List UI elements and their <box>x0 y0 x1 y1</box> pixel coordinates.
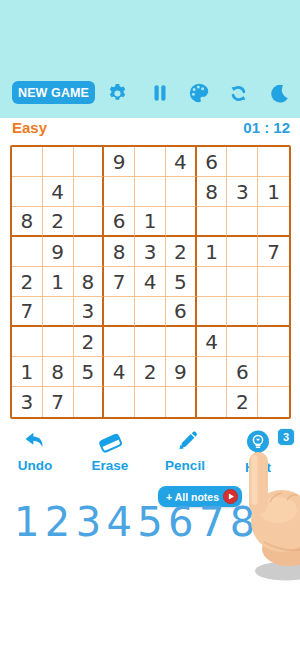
sudoku-grid: 94648318261983217218745736241854296372 <box>10 145 291 419</box>
sudoku-cell-r6c9[interactable] <box>258 297 289 327</box>
difficulty-label: Easy <box>12 119 47 136</box>
sudoku-cell-r7c2[interactable] <box>43 327 74 357</box>
numpad-4[interactable]: 4 <box>106 502 131 542</box>
sudoku-cell-r9c5[interactable] <box>135 387 166 417</box>
sudoku-cell-r2c8[interactable]: 3 <box>227 177 258 207</box>
sudoku-cell-r8c6[interactable]: 9 <box>166 357 197 387</box>
sudoku-cell-r1c5[interactable] <box>135 147 166 177</box>
theme-button[interactable] <box>186 80 212 106</box>
sudoku-cell-r6c2[interactable] <box>43 297 74 327</box>
sudoku-cell-r4c3[interactable] <box>74 237 105 267</box>
sudoku-cell-r6c3[interactable]: 3 <box>74 297 105 327</box>
sudoku-cell-r6c6[interactable]: 6 <box>166 297 197 327</box>
sudoku-cell-r2c9[interactable]: 1 <box>258 177 289 207</box>
sudoku-cell-r7c4[interactable] <box>104 327 135 357</box>
sudoku-cell-r1c9[interactable] <box>258 147 289 177</box>
sudoku-cell-r6c8[interactable] <box>227 297 258 327</box>
pause-icon <box>149 82 171 104</box>
sudoku-cell-r7c1[interactable] <box>12 327 43 357</box>
sudoku-cell-r4c1[interactable] <box>12 237 43 267</box>
sudoku-cell-r6c4[interactable] <box>104 297 135 327</box>
sudoku-cell-r4c2[interactable]: 9 <box>43 237 74 267</box>
restart-icon <box>227 82 250 105</box>
sudoku-cell-r3c7[interactable] <box>197 207 228 237</box>
numpad-6[interactable]: 6 <box>168 502 193 542</box>
sudoku-cell-r1c4[interactable]: 9 <box>104 147 135 177</box>
pencil-label: Pencil <box>165 458 205 473</box>
number-pad: 123456789 <box>0 502 300 542</box>
sudoku-cell-r1c6[interactable]: 4 <box>166 147 197 177</box>
sudoku-cell-r7c8[interactable] <box>227 327 258 357</box>
timer: 01 : 12 <box>243 119 290 136</box>
hint-label: Hint <box>245 460 271 475</box>
night-mode-button[interactable] <box>267 80 293 106</box>
sudoku-cell-r2c3[interactable] <box>74 177 105 207</box>
sudoku-cell-r5c7[interactable] <box>197 267 228 297</box>
pause-button[interactable] <box>147 80 173 106</box>
sudoku-cell-r3c8[interactable] <box>227 207 258 237</box>
sudoku-cell-r4c5[interactable]: 3 <box>135 237 166 267</box>
sudoku-cell-r1c8[interactable] <box>227 147 258 177</box>
sudoku-cell-r7c7[interactable]: 4 <box>197 327 228 357</box>
sudoku-cell-r2c4[interactable] <box>104 177 135 207</box>
sudoku-cell-r8c2[interactable]: 8 <box>43 357 74 387</box>
numpad-2[interactable]: 2 <box>45 502 70 542</box>
hint-count-badge: 3 <box>277 428 295 446</box>
new-game-button[interactable]: NEW GAME <box>12 81 95 104</box>
sudoku-cell-r5c6[interactable]: 5 <box>166 267 197 297</box>
undo-label: Undo <box>18 458 53 473</box>
sudoku-cell-r9c4[interactable] <box>104 387 135 417</box>
sudoku-cell-r1c3[interactable] <box>74 147 105 177</box>
pencil-button[interactable]: Pencil <box>155 430 215 473</box>
sudoku-cell-r5c2[interactable]: 1 <box>43 267 74 297</box>
sudoku-cell-r9c3[interactable] <box>74 387 105 417</box>
sudoku-cell-r6c5[interactable] <box>135 297 166 327</box>
sudoku-cell-r7c9[interactable] <box>258 327 289 357</box>
settings-button[interactable] <box>104 80 130 106</box>
sudoku-cell-r5c8[interactable] <box>227 267 258 297</box>
moon-icon <box>269 82 292 105</box>
pencil-icon <box>172 430 199 456</box>
bulb-icon <box>245 430 271 458</box>
undo-button[interactable]: Undo <box>5 430 65 473</box>
sudoku-cell-r2c7[interactable]: 8 <box>197 177 228 207</box>
gear-icon <box>106 82 129 105</box>
sudoku-cell-r8c8[interactable]: 6 <box>227 357 258 387</box>
sudoku-cell-r2c6[interactable] <box>166 177 197 207</box>
sudoku-cell-r8c1[interactable]: 1 <box>12 357 43 387</box>
sudoku-cell-r8c7[interactable] <box>197 357 228 387</box>
sudoku-cell-r3c5[interactable]: 1 <box>135 207 166 237</box>
sudoku-cell-r4c6[interactable]: 2 <box>166 237 197 267</box>
undo-icon <box>22 430 49 456</box>
sudoku-cell-r3c4[interactable]: 6 <box>104 207 135 237</box>
sudoku-cell-r1c7[interactable]: 6 <box>197 147 228 177</box>
hint-button[interactable]: Hint 3 <box>228 430 288 475</box>
sudoku-cell-r4c9[interactable]: 7 <box>258 237 289 267</box>
numpad-3[interactable]: 3 <box>76 502 101 542</box>
sudoku-cell-r2c5[interactable] <box>135 177 166 207</box>
sudoku-cell-r5c9[interactable] <box>258 267 289 297</box>
eraser-icon <box>97 430 124 456</box>
sudoku-cell-r5c4[interactable]: 7 <box>104 267 135 297</box>
sudoku-cell-r9c8[interactable]: 2 <box>227 387 258 417</box>
sudoku-cell-r5c1[interactable]: 2 <box>12 267 43 297</box>
sudoku-cell-r8c3[interactable]: 5 <box>74 357 105 387</box>
sudoku-cell-r9c2[interactable]: 7 <box>43 387 74 417</box>
sudoku-cell-r1c1[interactable] <box>12 147 43 177</box>
numpad-9[interactable]: 9 <box>261 502 286 542</box>
sudoku-cell-r9c1[interactable]: 3 <box>12 387 43 417</box>
sudoku-cell-r5c5[interactable]: 4 <box>135 267 166 297</box>
sudoku-cell-r3c3[interactable] <box>74 207 105 237</box>
sudoku-cell-r2c2[interactable]: 4 <box>43 177 74 207</box>
sudoku-cell-r5c3[interactable]: 8 <box>74 267 105 297</box>
numpad-7[interactable]: 7 <box>199 502 224 542</box>
sudoku-cell-r1c2[interactable] <box>43 147 74 177</box>
sudoku-cell-r9c7[interactable] <box>197 387 228 417</box>
numpad-5[interactable]: 5 <box>137 502 162 542</box>
sudoku-cell-r3c2[interactable]: 2 <box>43 207 74 237</box>
sudoku-cell-r8c5[interactable]: 2 <box>135 357 166 387</box>
sudoku-app-screen: NEW GAME Easy 01 : <box>0 0 300 649</box>
sudoku-cell-r6c1[interactable]: 7 <box>12 297 43 327</box>
restart-button[interactable] <box>225 80 251 106</box>
sudoku-cell-r3c1[interactable]: 8 <box>12 207 43 237</box>
sudoku-cell-r4c8[interactable] <box>227 237 258 267</box>
sudoku-cell-r3c6[interactable] <box>166 207 197 237</box>
sudoku-cell-r7c6[interactable] <box>166 327 197 357</box>
sudoku-cell-r3c9[interactable] <box>258 207 289 237</box>
sudoku-cell-r2c1[interactable] <box>12 177 43 207</box>
palette-icon <box>187 81 211 105</box>
sudoku-cell-r6c7[interactable] <box>197 297 228 327</box>
sudoku-cell-r4c7[interactable]: 1 <box>197 237 228 267</box>
sudoku-cell-r7c3[interactable]: 2 <box>74 327 105 357</box>
sudoku-cell-r8c9[interactable] <box>258 357 289 387</box>
sudoku-cell-r7c5[interactable] <box>135 327 166 357</box>
numpad-8[interactable]: 8 <box>230 502 255 542</box>
erase-button[interactable]: Erase <box>80 430 140 473</box>
erase-label: Erase <box>92 458 129 473</box>
sudoku-cell-r9c9[interactable] <box>258 387 289 417</box>
sudoku-cell-r9c6[interactable] <box>166 387 197 417</box>
numpad-1[interactable]: 1 <box>14 502 39 542</box>
sudoku-cell-r8c4[interactable]: 4 <box>104 357 135 387</box>
sudoku-cell-r4c4[interactable]: 8 <box>104 237 135 267</box>
